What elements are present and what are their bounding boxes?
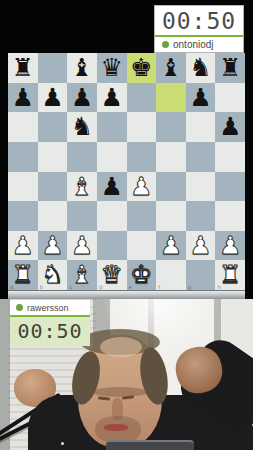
square-d1[interactable]: ♛d <box>97 260 127 290</box>
square-h1[interactable]: ♜h <box>215 260 245 290</box>
square-f6[interactable] <box>156 112 186 142</box>
black-bishop: ♝ <box>67 53 97 83</box>
bottom-player-name: rawersson <box>27 303 69 313</box>
board-bottom-bezel <box>8 290 245 299</box>
square-f5[interactable] <box>156 142 186 172</box>
square-b2[interactable]: ♟ <box>38 231 68 261</box>
square-d2[interactable] <box>97 231 127 261</box>
online-dot-icon <box>162 41 169 48</box>
top-player-time: 00:50 <box>155 6 243 35</box>
square-c3[interactable] <box>67 201 97 231</box>
black-pawn: ♟ <box>215 112 245 142</box>
square-c8[interactable]: ♝ <box>67 53 97 83</box>
square-a7[interactable]: ♟ <box>8 83 38 113</box>
white-pawn: ♟ <box>186 231 216 261</box>
square-f7[interactable] <box>156 83 186 113</box>
square-a1[interactable]: ♜a <box>8 260 38 290</box>
square-a5[interactable] <box>8 142 38 172</box>
black-bishop: ♝ <box>156 53 186 83</box>
square-f1[interactable]: f <box>156 260 186 290</box>
square-b1[interactable]: ♞b <box>38 260 68 290</box>
square-e4[interactable]: ♟ <box>127 172 157 202</box>
square-e1[interactable]: ♚e <box>127 260 157 290</box>
white-pawn: ♟ <box>8 231 38 261</box>
square-b4[interactable] <box>38 172 68 202</box>
black-pawn: ♟ <box>67 83 97 113</box>
square-h2[interactable]: ♟ <box>215 231 245 261</box>
square-h3[interactable] <box>215 201 245 231</box>
black-pawn: ♟ <box>186 83 216 113</box>
square-f3[interactable] <box>156 201 186 231</box>
square-e8[interactable]: ♚ <box>127 53 157 83</box>
square-f8[interactable]: ♝ <box>156 53 186 83</box>
black-rook: ♜ <box>8 53 38 83</box>
black-knight: ♞ <box>67 112 97 142</box>
player-scalp <box>100 337 142 357</box>
square-g5[interactable] <box>186 142 216 172</box>
square-c4[interactable]: ♝ <box>67 172 97 202</box>
square-c1[interactable]: ♝c <box>67 260 97 290</box>
square-b3[interactable] <box>38 201 68 231</box>
square-d4[interactable]: ♟ <box>97 172 127 202</box>
square-a2[interactable]: ♟ <box>8 231 38 261</box>
white-bishop: ♝ <box>67 172 97 202</box>
square-g6[interactable] <box>186 112 216 142</box>
online-dot-icon <box>16 304 23 311</box>
square-a8[interactable]: ♜ <box>8 53 38 83</box>
square-c5[interactable] <box>67 142 97 172</box>
white-pawn: ♟ <box>38 231 68 261</box>
black-queen: ♛ <box>97 53 127 83</box>
square-h8[interactable]: ♜ <box>215 53 245 83</box>
square-d6[interactable] <box>97 112 127 142</box>
square-g3[interactable] <box>186 201 216 231</box>
black-pawn: ♟ <box>8 83 38 113</box>
square-g4[interactable] <box>186 172 216 202</box>
white-pawn: ♟ <box>67 231 97 261</box>
square-d3[interactable] <box>97 201 127 231</box>
square-g1[interactable]: g <box>186 260 216 290</box>
top-player-name: ontoniodj <box>173 39 214 50</box>
square-e3[interactable] <box>127 201 157 231</box>
square-c7[interactable]: ♟ <box>67 83 97 113</box>
square-h4[interactable] <box>215 172 245 202</box>
black-rook: ♜ <box>215 53 245 83</box>
square-b6[interactable] <box>38 112 68 142</box>
square-d5[interactable] <box>97 142 127 172</box>
square-e2[interactable] <box>127 231 157 261</box>
square-b7[interactable]: ♟ <box>38 83 68 113</box>
chess-board: ♜♝♛♚♝♞♜♟♟♟♟♟♞♟♝♟♟♟♟♟♟♟♟♜a♞b♝c♛d♚efg♜h <box>8 53 245 290</box>
white-pawn: ♟ <box>127 172 157 202</box>
laptop-edge <box>106 440 194 450</box>
square-g8[interactable]: ♞ <box>186 53 216 83</box>
square-c2[interactable]: ♟ <box>67 231 97 261</box>
square-b5[interactable] <box>38 142 68 172</box>
square-f4[interactable] <box>156 172 186 202</box>
square-e5[interactable] <box>127 142 157 172</box>
square-a6[interactable] <box>8 112 38 142</box>
square-e7[interactable] <box>127 83 157 113</box>
black-pawn: ♟ <box>97 83 127 113</box>
white-pawn: ♟ <box>215 231 245 261</box>
square-g7[interactable]: ♟ <box>186 83 216 113</box>
player-mouth <box>104 424 128 431</box>
player-brow <box>92 387 148 397</box>
square-g2[interactable]: ♟ <box>186 231 216 261</box>
square-d8[interactable]: ♛ <box>97 53 127 83</box>
square-h6[interactable]: ♟ <box>215 112 245 142</box>
square-a3[interactable] <box>8 201 38 231</box>
square-a4[interactable] <box>8 172 38 202</box>
square-h5[interactable] <box>215 142 245 172</box>
black-knight: ♞ <box>186 53 216 83</box>
square-e6[interactable] <box>127 112 157 142</box>
square-d7[interactable]: ♟ <box>97 83 127 113</box>
top-player-clock: 00:50 ontoniodj <box>154 5 244 53</box>
square-f2[interactable]: ♟ <box>156 231 186 261</box>
square-h7[interactable] <box>215 83 245 113</box>
square-c6[interactable]: ♞ <box>67 112 97 142</box>
bottom-player-clock: rawersson 00:50 <box>10 300 90 346</box>
background-speck <box>61 442 64 445</box>
stream-screen: 00:50 ontoniodj ♜♝♛♚♝♞♜♟♟♟♟♟♞♟♝♟♟♟♟♟♟♟♟♜… <box>0 0 253 450</box>
square-b8[interactable] <box>38 53 68 83</box>
bottom-player-time: 00:50 <box>10 317 90 346</box>
white-pawn: ♟ <box>156 231 186 261</box>
black-king: ♚ <box>127 53 157 83</box>
black-pawn: ♟ <box>38 83 68 113</box>
black-pawn: ♟ <box>97 172 127 202</box>
